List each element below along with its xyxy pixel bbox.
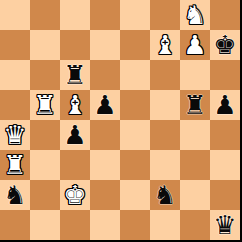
square-f5[interactable] <box>150 90 180 120</box>
square-d6[interactable] <box>90 60 120 90</box>
chess-board: ♞♝♟♚♜♜♝♟♜♟♛♟♜♞♚♞♛ <box>0 0 240 240</box>
square-e1[interactable] <box>120 210 150 240</box>
square-f3[interactable] <box>150 150 180 180</box>
square-c6[interactable]: ♜ <box>60 60 90 90</box>
square-h7[interactable]: ♚ <box>210 30 240 60</box>
square-b8[interactable] <box>30 0 60 30</box>
square-g7[interactable]: ♟ <box>180 30 210 60</box>
square-a8[interactable] <box>0 0 30 30</box>
square-d8[interactable] <box>90 0 120 30</box>
square-e3[interactable] <box>120 150 150 180</box>
square-h6[interactable] <box>210 60 240 90</box>
square-a5[interactable] <box>0 90 30 120</box>
square-f1[interactable] <box>150 210 180 240</box>
square-d1[interactable] <box>90 210 120 240</box>
square-f8[interactable] <box>150 0 180 30</box>
square-b1[interactable] <box>30 210 60 240</box>
square-b4[interactable] <box>30 120 60 150</box>
square-e4[interactable] <box>120 120 150 150</box>
square-d4[interactable] <box>90 120 120 150</box>
square-g8[interactable]: ♞ <box>180 0 210 30</box>
square-g3[interactable] <box>180 150 210 180</box>
white-queen-piece[interactable]: ♛ <box>3 120 26 150</box>
square-f4[interactable] <box>150 120 180 150</box>
square-a1[interactable] <box>0 210 30 240</box>
white-bishop-piece[interactable]: ♝ <box>63 90 86 120</box>
square-e8[interactable] <box>120 0 150 30</box>
square-h5[interactable]: ♟ <box>210 90 240 120</box>
square-b7[interactable] <box>30 30 60 60</box>
square-f7[interactable]: ♝ <box>150 30 180 60</box>
black-pawn-piece[interactable]: ♟ <box>63 120 86 150</box>
square-a3[interactable]: ♜ <box>0 150 30 180</box>
white-knight-piece[interactable]: ♞ <box>183 0 206 30</box>
square-e2[interactable] <box>120 180 150 210</box>
black-queen-piece[interactable]: ♛ <box>213 210 236 240</box>
white-rook-piece[interactable]: ♜ <box>3 150 26 180</box>
square-b6[interactable] <box>30 60 60 90</box>
square-e7[interactable] <box>120 30 150 60</box>
board-frame: ♞♝♟♚♜♜♝♟♜♟♛♟♜♞♚♞♛ <box>0 0 242 242</box>
square-e5[interactable] <box>120 90 150 120</box>
square-h4[interactable] <box>210 120 240 150</box>
square-g5[interactable]: ♜ <box>180 90 210 120</box>
square-g4[interactable] <box>180 120 210 150</box>
square-f2[interactable]: ♞ <box>150 180 180 210</box>
square-g1[interactable] <box>180 210 210 240</box>
square-c8[interactable] <box>60 0 90 30</box>
square-c3[interactable] <box>60 150 90 180</box>
square-d3[interactable] <box>90 150 120 180</box>
square-b5[interactable]: ♜ <box>30 90 60 120</box>
square-e6[interactable] <box>120 60 150 90</box>
square-c1[interactable] <box>60 210 90 240</box>
square-a6[interactable] <box>0 60 30 90</box>
square-g6[interactable] <box>180 60 210 90</box>
square-d7[interactable] <box>90 30 120 60</box>
white-king-piece[interactable]: ♚ <box>63 180 86 210</box>
black-rook-piece[interactable]: ♜ <box>183 90 206 120</box>
black-knight-piece[interactable]: ♞ <box>3 180 26 210</box>
square-h2[interactable] <box>210 180 240 210</box>
white-bishop-piece[interactable]: ♝ <box>153 30 176 60</box>
square-f6[interactable] <box>150 60 180 90</box>
square-c7[interactable] <box>60 30 90 60</box>
square-a4[interactable]: ♛ <box>0 120 30 150</box>
square-h3[interactable] <box>210 150 240 180</box>
square-d5[interactable]: ♟ <box>90 90 120 120</box>
square-b3[interactable] <box>30 150 60 180</box>
black-pawn-piece[interactable]: ♟ <box>213 90 236 120</box>
square-d2[interactable] <box>90 180 120 210</box>
black-rook-piece[interactable]: ♜ <box>63 60 86 90</box>
square-c2[interactable]: ♚ <box>60 180 90 210</box>
square-h1[interactable]: ♛ <box>210 210 240 240</box>
square-h8[interactable] <box>210 0 240 30</box>
black-king-piece[interactable]: ♚ <box>213 30 236 60</box>
black-pawn-piece[interactable]: ♟ <box>93 90 116 120</box>
white-pawn-piece[interactable]: ♟ <box>183 30 206 60</box>
square-c4[interactable]: ♟ <box>60 120 90 150</box>
black-knight-piece[interactable]: ♞ <box>153 180 176 210</box>
square-g2[interactable] <box>180 180 210 210</box>
square-a7[interactable] <box>0 30 30 60</box>
square-b2[interactable] <box>30 180 60 210</box>
square-c5[interactable]: ♝ <box>60 90 90 120</box>
white-rook-piece[interactable]: ♜ <box>33 90 56 120</box>
square-a2[interactable]: ♞ <box>0 180 30 210</box>
